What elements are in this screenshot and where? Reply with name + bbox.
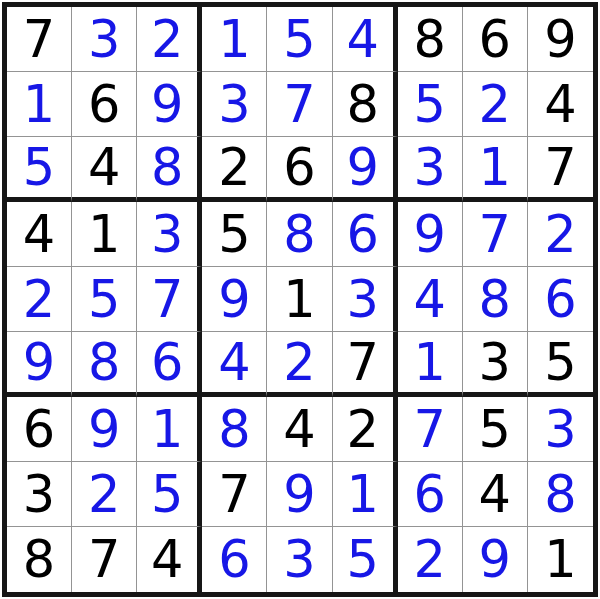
cell-r7c3[interactable]: 1	[137, 397, 202, 462]
cell-r5c4[interactable]: 9	[202, 267, 267, 332]
cell-r1c2[interactable]: 3	[72, 7, 137, 72]
cell-r3c2[interactable]: 4	[72, 137, 137, 202]
cell-r3c4[interactable]: 2	[202, 137, 267, 202]
cell-r3c3[interactable]: 8	[137, 137, 202, 202]
cell-r5c8[interactable]: 8	[463, 267, 528, 332]
cell-r6c4[interactable]: 4	[202, 332, 267, 397]
cell-r8c1[interactable]: 3	[7, 462, 72, 527]
cell-r4c7[interactable]: 9	[398, 202, 463, 267]
cell-r6c2[interactable]: 8	[72, 332, 137, 397]
cell-r4c9[interactable]: 2	[528, 202, 593, 267]
cell-r8c4[interactable]: 7	[202, 462, 267, 527]
cell-r8c6[interactable]: 1	[333, 462, 398, 527]
cell-r9c9[interactable]: 1	[528, 527, 593, 592]
cell-r2c6[interactable]: 8	[333, 72, 398, 137]
cell-r1c1[interactable]: 7	[7, 7, 72, 72]
sudoku-board: 7321548691693785245482693174135869722579…	[2, 2, 598, 597]
cell-r2c8[interactable]: 2	[463, 72, 528, 137]
sudoku-board-wrapper: 7321548691693785245482693174135869722579…	[0, 0, 600, 599]
cell-r1c7[interactable]: 8	[398, 7, 463, 72]
cell-r9c7[interactable]: 2	[398, 527, 463, 592]
cell-r3c6[interactable]: 9	[333, 137, 398, 202]
cell-r4c4[interactable]: 5	[202, 202, 267, 267]
cell-r8c8[interactable]: 4	[463, 462, 528, 527]
cell-r3c5[interactable]: 6	[267, 137, 332, 202]
cell-r7c8[interactable]: 5	[463, 397, 528, 462]
cell-r3c1[interactable]: 5	[7, 137, 72, 202]
cell-r4c5[interactable]: 8	[267, 202, 332, 267]
cell-r7c1[interactable]: 6	[7, 397, 72, 462]
cell-r6c3[interactable]: 6	[137, 332, 202, 397]
cell-r7c6[interactable]: 2	[333, 397, 398, 462]
cell-r6c5[interactable]: 2	[267, 332, 332, 397]
cell-r2c5[interactable]: 7	[267, 72, 332, 137]
cell-r2c3[interactable]: 9	[137, 72, 202, 137]
cell-r3c7[interactable]: 3	[398, 137, 463, 202]
cell-r6c6[interactable]: 7	[333, 332, 398, 397]
cell-r7c5[interactable]: 4	[267, 397, 332, 462]
cell-r9c4[interactable]: 6	[202, 527, 267, 592]
cell-r7c2[interactable]: 9	[72, 397, 137, 462]
cell-r2c2[interactable]: 6	[72, 72, 137, 137]
cell-r5c5[interactable]: 1	[267, 267, 332, 332]
cell-r2c1[interactable]: 1	[7, 72, 72, 137]
cell-r9c1[interactable]: 8	[7, 527, 72, 592]
cell-r8c7[interactable]: 6	[398, 462, 463, 527]
cell-r3c9[interactable]: 7	[528, 137, 593, 202]
cell-r8c9[interactable]: 8	[528, 462, 593, 527]
cell-r8c2[interactable]: 2	[72, 462, 137, 527]
cell-r1c3[interactable]: 2	[137, 7, 202, 72]
cell-r6c7[interactable]: 1	[398, 332, 463, 397]
cell-r1c9[interactable]: 9	[528, 7, 593, 72]
cell-r6c9[interactable]: 5	[528, 332, 593, 397]
cell-r7c9[interactable]: 3	[528, 397, 593, 462]
cell-r5c3[interactable]: 7	[137, 267, 202, 332]
cell-r5c7[interactable]: 4	[398, 267, 463, 332]
cell-r5c2[interactable]: 5	[72, 267, 137, 332]
cell-r5c9[interactable]: 6	[528, 267, 593, 332]
cell-r7c4[interactable]: 8	[202, 397, 267, 462]
cell-r6c1[interactable]: 9	[7, 332, 72, 397]
cell-r7c7[interactable]: 7	[398, 397, 463, 462]
cell-r5c1[interactable]: 2	[7, 267, 72, 332]
cell-r1c4[interactable]: 1	[202, 7, 267, 72]
cell-r4c2[interactable]: 1	[72, 202, 137, 267]
cell-r1c8[interactable]: 6	[463, 7, 528, 72]
cell-r4c8[interactable]: 7	[463, 202, 528, 267]
cell-r2c9[interactable]: 4	[528, 72, 593, 137]
cell-r1c5[interactable]: 5	[267, 7, 332, 72]
cell-r4c1[interactable]: 4	[7, 202, 72, 267]
cell-r9c3[interactable]: 4	[137, 527, 202, 592]
cell-r2c4[interactable]: 3	[202, 72, 267, 137]
cell-r9c8[interactable]: 9	[463, 527, 528, 592]
cell-r9c6[interactable]: 5	[333, 527, 398, 592]
cell-r3c8[interactable]: 1	[463, 137, 528, 202]
cell-r6c8[interactable]: 3	[463, 332, 528, 397]
cell-r5c6[interactable]: 3	[333, 267, 398, 332]
cell-r1c6[interactable]: 4	[333, 7, 398, 72]
cell-r2c7[interactable]: 5	[398, 72, 463, 137]
cell-r9c5[interactable]: 3	[267, 527, 332, 592]
cell-r8c5[interactable]: 9	[267, 462, 332, 527]
cell-r9c2[interactable]: 7	[72, 527, 137, 592]
cell-r4c6[interactable]: 6	[333, 202, 398, 267]
cell-r8c3[interactable]: 5	[137, 462, 202, 527]
cell-r4c3[interactable]: 3	[137, 202, 202, 267]
